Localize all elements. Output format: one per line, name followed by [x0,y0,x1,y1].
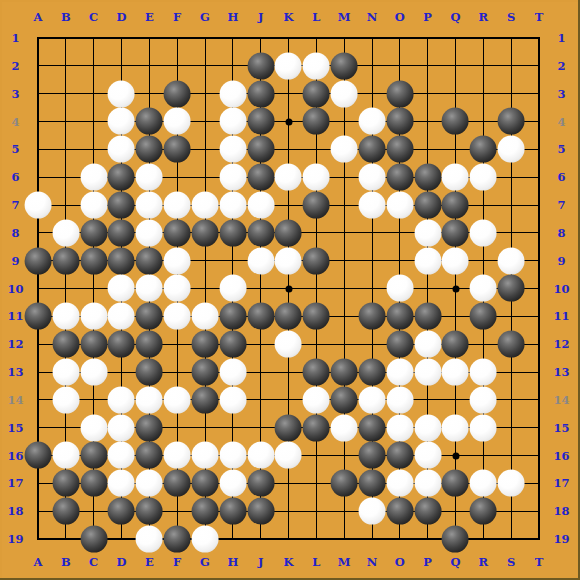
intersection-M18[interactable] [330,497,358,525]
intersection-Q3[interactable] [442,80,470,108]
intersection-G13[interactable] [191,358,219,386]
intersection-B5[interactable] [52,135,80,163]
intersection-E19[interactable] [135,525,163,553]
intersection-D12[interactable] [108,330,136,358]
intersection-H19[interactable] [219,525,247,553]
intersection-C17[interactable] [80,469,108,497]
intersection-R10[interactable] [469,275,497,303]
intersection-T16[interactable] [525,442,553,470]
intersection-D19[interactable] [108,525,136,553]
intersection-S18[interactable] [497,497,525,525]
intersection-L11[interactable] [302,302,330,330]
intersection-D10[interactable] [108,275,136,303]
intersection-H4[interactable] [219,108,247,136]
intersection-K15[interactable] [275,414,303,442]
intersection-T8[interactable] [525,219,553,247]
intersection-A6[interactable] [24,163,52,191]
intersection-E17[interactable] [135,469,163,497]
intersection-O15[interactable] [386,414,414,442]
intersection-N1[interactable] [358,24,386,52]
intersection-F5[interactable] [163,135,191,163]
intersection-E8[interactable] [135,219,163,247]
intersection-M16[interactable] [330,442,358,470]
intersection-G8[interactable] [191,219,219,247]
intersection-D3[interactable] [108,80,136,108]
intersection-N15[interactable] [358,414,386,442]
intersection-K3[interactable] [275,80,303,108]
intersection-F6[interactable] [163,163,191,191]
intersection-M2[interactable] [330,52,358,80]
intersection-G7[interactable] [191,191,219,219]
intersection-P17[interactable] [414,469,442,497]
intersection-L18[interactable] [302,497,330,525]
intersection-O14[interactable] [386,386,414,414]
intersection-R5[interactable] [469,135,497,163]
intersection-S6[interactable] [497,163,525,191]
intersection-E6[interactable] [135,163,163,191]
intersection-P5[interactable] [414,135,442,163]
intersection-B18[interactable] [52,497,80,525]
intersection-T10[interactable] [525,275,553,303]
intersection-C5[interactable] [80,135,108,163]
intersection-K10[interactable] [275,275,303,303]
intersection-J6[interactable] [247,163,275,191]
intersection-F9[interactable] [163,247,191,275]
intersection-F16[interactable] [163,442,191,470]
intersection-N5[interactable] [358,135,386,163]
intersection-C10[interactable] [80,275,108,303]
intersection-Q19[interactable] [442,525,470,553]
intersection-P19[interactable] [414,525,442,553]
intersection-C18[interactable] [80,497,108,525]
intersection-Q5[interactable] [442,135,470,163]
intersection-A19[interactable] [24,525,52,553]
intersection-K7[interactable] [275,191,303,219]
intersection-E1[interactable] [135,24,163,52]
intersection-A7[interactable] [24,191,52,219]
intersection-A9[interactable] [24,247,52,275]
intersection-S9[interactable] [497,247,525,275]
intersection-L8[interactable] [302,219,330,247]
intersection-T6[interactable] [525,163,553,191]
intersection-L5[interactable] [302,135,330,163]
intersection-N19[interactable] [358,525,386,553]
intersection-F13[interactable] [163,358,191,386]
intersection-N13[interactable] [358,358,386,386]
intersection-C2[interactable] [80,52,108,80]
intersection-B13[interactable] [52,358,80,386]
intersection-H9[interactable] [219,247,247,275]
intersection-M9[interactable] [330,247,358,275]
intersection-F1[interactable] [163,24,191,52]
intersection-H15[interactable] [219,414,247,442]
intersection-S4[interactable] [497,108,525,136]
intersection-H12[interactable] [219,330,247,358]
intersection-P15[interactable] [414,414,442,442]
intersection-R8[interactable] [469,219,497,247]
intersection-C13[interactable] [80,358,108,386]
intersection-L4[interactable] [302,108,330,136]
intersection-C3[interactable] [80,80,108,108]
intersection-D17[interactable] [108,469,136,497]
intersection-E15[interactable] [135,414,163,442]
intersection-Q16[interactable] [442,442,470,470]
intersection-S8[interactable] [497,219,525,247]
intersection-F11[interactable] [163,302,191,330]
intersection-R3[interactable] [469,80,497,108]
intersection-B17[interactable] [52,469,80,497]
intersection-T9[interactable] [525,247,553,275]
intersection-P16[interactable] [414,442,442,470]
intersection-K17[interactable] [275,469,303,497]
intersection-G3[interactable] [191,80,219,108]
intersection-S15[interactable] [497,414,525,442]
intersection-K19[interactable] [275,525,303,553]
intersection-R12[interactable] [469,330,497,358]
intersection-P6[interactable] [414,163,442,191]
intersection-C6[interactable] [80,163,108,191]
intersection-Q8[interactable] [442,219,470,247]
intersection-J3[interactable] [247,80,275,108]
intersection-H7[interactable] [219,191,247,219]
intersection-H11[interactable] [219,302,247,330]
intersection-G9[interactable] [191,247,219,275]
intersection-H3[interactable] [219,80,247,108]
intersection-D16[interactable] [108,442,136,470]
intersection-S10[interactable] [497,275,525,303]
intersection-D15[interactable] [108,414,136,442]
intersection-M13[interactable] [330,358,358,386]
intersection-G5[interactable] [191,135,219,163]
intersection-A17[interactable] [24,469,52,497]
intersection-O7[interactable] [386,191,414,219]
intersection-M5[interactable] [330,135,358,163]
intersection-L9[interactable] [302,247,330,275]
intersection-S1[interactable] [497,24,525,52]
intersection-F3[interactable] [163,80,191,108]
intersection-F12[interactable] [163,330,191,358]
intersection-E7[interactable] [135,191,163,219]
intersection-T14[interactable] [525,386,553,414]
intersection-A13[interactable] [24,358,52,386]
intersection-J1[interactable] [247,24,275,52]
intersection-Q2[interactable] [442,52,470,80]
intersection-G15[interactable] [191,414,219,442]
intersection-K14[interactable] [275,386,303,414]
intersection-O4[interactable] [386,108,414,136]
intersection-T7[interactable] [525,191,553,219]
intersection-G14[interactable] [191,386,219,414]
intersection-B2[interactable] [52,52,80,80]
intersection-G6[interactable] [191,163,219,191]
intersection-J18[interactable] [247,497,275,525]
intersection-M14[interactable] [330,386,358,414]
intersection-T4[interactable] [525,108,553,136]
intersection-E5[interactable] [135,135,163,163]
intersection-A16[interactable] [24,442,52,470]
intersection-G12[interactable] [191,330,219,358]
intersection-R2[interactable] [469,52,497,80]
intersection-D13[interactable] [108,358,136,386]
intersection-C9[interactable] [80,247,108,275]
intersection-B12[interactable] [52,330,80,358]
intersection-Q13[interactable] [442,358,470,386]
intersection-C7[interactable] [80,191,108,219]
intersection-G19[interactable] [191,525,219,553]
intersection-A10[interactable] [24,275,52,303]
intersection-N17[interactable] [358,469,386,497]
intersection-F10[interactable] [163,275,191,303]
intersection-B19[interactable] [52,525,80,553]
intersection-O3[interactable] [386,80,414,108]
intersection-L13[interactable] [302,358,330,386]
intersection-C8[interactable] [80,219,108,247]
intersection-K5[interactable] [275,135,303,163]
intersection-L10[interactable] [302,275,330,303]
intersection-H5[interactable] [219,135,247,163]
intersection-J14[interactable] [247,386,275,414]
intersection-A5[interactable] [24,135,52,163]
intersection-R1[interactable] [469,24,497,52]
intersection-T12[interactable] [525,330,553,358]
intersection-J12[interactable] [247,330,275,358]
intersection-C19[interactable] [80,525,108,553]
intersection-A1[interactable] [24,24,52,52]
intersection-N9[interactable] [358,247,386,275]
intersection-G1[interactable] [191,24,219,52]
intersection-P2[interactable] [414,52,442,80]
intersection-J9[interactable] [247,247,275,275]
intersection-S11[interactable] [497,302,525,330]
intersection-M15[interactable] [330,414,358,442]
intersection-S7[interactable] [497,191,525,219]
intersection-M3[interactable] [330,80,358,108]
intersection-K13[interactable] [275,358,303,386]
intersection-R13[interactable] [469,358,497,386]
intersection-H18[interactable] [219,497,247,525]
intersection-J4[interactable] [247,108,275,136]
intersection-O19[interactable] [386,525,414,553]
intersection-F7[interactable] [163,191,191,219]
intersection-J7[interactable] [247,191,275,219]
intersection-C4[interactable] [80,108,108,136]
intersection-R11[interactable] [469,302,497,330]
intersection-E2[interactable] [135,52,163,80]
intersection-H17[interactable] [219,469,247,497]
intersection-Q15[interactable] [442,414,470,442]
intersection-O17[interactable] [386,469,414,497]
intersection-L6[interactable] [302,163,330,191]
intersection-C1[interactable] [80,24,108,52]
intersection-B14[interactable] [52,386,80,414]
intersection-P18[interactable] [414,497,442,525]
intersection-K6[interactable] [275,163,303,191]
intersection-G17[interactable] [191,469,219,497]
intersection-R14[interactable] [469,386,497,414]
intersection-S19[interactable] [497,525,525,553]
intersection-T19[interactable] [525,525,553,553]
intersection-H10[interactable] [219,275,247,303]
intersection-H1[interactable] [219,24,247,52]
intersection-T11[interactable] [525,302,553,330]
intersection-K16[interactable] [275,442,303,470]
intersection-O13[interactable] [386,358,414,386]
intersection-M8[interactable] [330,219,358,247]
intersection-F17[interactable] [163,469,191,497]
intersection-L12[interactable] [302,330,330,358]
intersection-M12[interactable] [330,330,358,358]
intersection-S12[interactable] [497,330,525,358]
intersection-J2[interactable] [247,52,275,80]
intersection-L2[interactable] [302,52,330,80]
intersection-L16[interactable] [302,442,330,470]
intersection-P13[interactable] [414,358,442,386]
intersection-B16[interactable] [52,442,80,470]
intersection-A2[interactable] [24,52,52,80]
intersection-N8[interactable] [358,219,386,247]
intersection-A15[interactable] [24,414,52,442]
intersection-E10[interactable] [135,275,163,303]
intersection-N16[interactable] [358,442,386,470]
intersection-T17[interactable] [525,469,553,497]
intersection-Q17[interactable] [442,469,470,497]
intersection-C12[interactable] [80,330,108,358]
intersection-S14[interactable] [497,386,525,414]
intersection-S17[interactable] [497,469,525,497]
intersection-M1[interactable] [330,24,358,52]
intersection-L17[interactable] [302,469,330,497]
intersection-T5[interactable] [525,135,553,163]
intersection-E18[interactable] [135,497,163,525]
intersection-J15[interactable] [247,414,275,442]
intersection-D14[interactable] [108,386,136,414]
intersection-O16[interactable] [386,442,414,470]
intersection-P8[interactable] [414,219,442,247]
intersection-N11[interactable] [358,302,386,330]
intersection-J8[interactable] [247,219,275,247]
intersection-E14[interactable] [135,386,163,414]
intersection-M7[interactable] [330,191,358,219]
intersection-N12[interactable] [358,330,386,358]
intersection-D1[interactable] [108,24,136,52]
intersection-A18[interactable] [24,497,52,525]
intersection-H14[interactable] [219,386,247,414]
intersection-R6[interactable] [469,163,497,191]
intersection-D2[interactable] [108,52,136,80]
intersection-N18[interactable] [358,497,386,525]
intersection-M17[interactable] [330,469,358,497]
intersection-K9[interactable] [275,247,303,275]
intersection-O2[interactable] [386,52,414,80]
intersection-L15[interactable] [302,414,330,442]
intersection-Q9[interactable] [442,247,470,275]
intersection-S5[interactable] [497,135,525,163]
intersection-F2[interactable] [163,52,191,80]
intersection-D8[interactable] [108,219,136,247]
intersection-A12[interactable] [24,330,52,358]
intersection-N2[interactable] [358,52,386,80]
intersection-G18[interactable] [191,497,219,525]
intersection-T13[interactable] [525,358,553,386]
intersection-D9[interactable] [108,247,136,275]
intersection-E11[interactable] [135,302,163,330]
intersection-E12[interactable] [135,330,163,358]
intersection-N7[interactable] [358,191,386,219]
intersection-Q7[interactable] [442,191,470,219]
intersection-O18[interactable] [386,497,414,525]
intersection-B8[interactable] [52,219,80,247]
intersection-L19[interactable] [302,525,330,553]
intersection-T2[interactable] [525,52,553,80]
intersection-Q10[interactable] [442,275,470,303]
intersection-T3[interactable] [525,80,553,108]
intersection-H6[interactable] [219,163,247,191]
intersection-H2[interactable] [219,52,247,80]
intersection-P1[interactable] [414,24,442,52]
intersection-L7[interactable] [302,191,330,219]
intersection-J10[interactable] [247,275,275,303]
intersection-E9[interactable] [135,247,163,275]
intersection-N10[interactable] [358,275,386,303]
intersection-N14[interactable] [358,386,386,414]
intersection-C15[interactable] [80,414,108,442]
intersection-Q14[interactable] [442,386,470,414]
intersection-M11[interactable] [330,302,358,330]
intersection-R7[interactable] [469,191,497,219]
intersection-A3[interactable] [24,80,52,108]
intersection-C11[interactable] [80,302,108,330]
intersection-G16[interactable] [191,442,219,470]
intersection-K11[interactable] [275,302,303,330]
intersection-J5[interactable] [247,135,275,163]
intersection-O11[interactable] [386,302,414,330]
intersection-E3[interactable] [135,80,163,108]
intersection-P10[interactable] [414,275,442,303]
intersection-M6[interactable] [330,163,358,191]
intersection-O5[interactable] [386,135,414,163]
intersection-L1[interactable] [302,24,330,52]
intersection-P3[interactable] [414,80,442,108]
intersection-B3[interactable] [52,80,80,108]
intersection-N3[interactable] [358,80,386,108]
intersection-C14[interactable] [80,386,108,414]
intersection-R19[interactable] [469,525,497,553]
intersection-Q11[interactable] [442,302,470,330]
intersection-K2[interactable] [275,52,303,80]
intersection-R9[interactable] [469,247,497,275]
intersection-F4[interactable] [163,108,191,136]
intersection-T1[interactable] [525,24,553,52]
intersection-B10[interactable] [52,275,80,303]
intersection-F18[interactable] [163,497,191,525]
intersection-Q1[interactable] [442,24,470,52]
intersection-Q12[interactable] [442,330,470,358]
intersection-R15[interactable] [469,414,497,442]
intersection-G4[interactable] [191,108,219,136]
intersection-K18[interactable] [275,497,303,525]
intersection-G2[interactable] [191,52,219,80]
intersection-P4[interactable] [414,108,442,136]
intersection-G11[interactable] [191,302,219,330]
intersection-M4[interactable] [330,108,358,136]
intersection-B7[interactable] [52,191,80,219]
intersection-P12[interactable] [414,330,442,358]
intersection-O1[interactable] [386,24,414,52]
intersection-R17[interactable] [469,469,497,497]
intersection-F15[interactable] [163,414,191,442]
intersection-S16[interactable] [497,442,525,470]
intersection-L3[interactable] [302,80,330,108]
